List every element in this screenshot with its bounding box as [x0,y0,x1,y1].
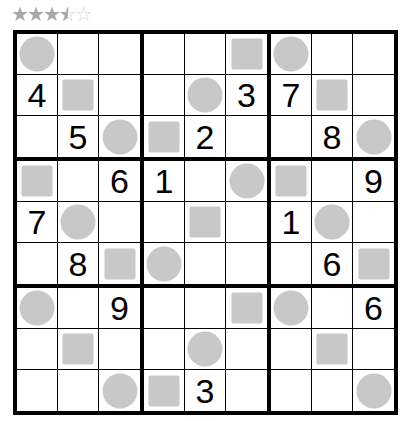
cell-r1c6[interactable] [226,34,267,75]
cell-r3c7[interactable] [271,116,312,157]
given-digit: 3 [237,78,256,112]
cell-r6c3[interactable] [99,243,140,284]
box-2-2: 1 [144,161,271,288]
cell-r3c9[interactable] [353,116,394,157]
cell-r7c2[interactable] [58,288,99,329]
given-digit: 9 [110,291,129,325]
given-digit: 3 [196,374,215,408]
cell-r9c2[interactable] [58,370,99,411]
star-half-icon: ☆★ [59,4,75,24]
odd-circle-mark [274,37,309,72]
cell-r4c7[interactable] [271,161,312,202]
cell-r6c4[interactable] [144,243,185,284]
cell-r7c6[interactable] [226,288,267,329]
cell-r9c4[interactable] [144,370,185,411]
cell-r8c6[interactable] [226,329,267,370]
star-halffill-icon: ★ [59,4,68,24]
cell-r9c5[interactable]: 3 [185,370,226,411]
cell-r7c4[interactable] [144,288,185,329]
cell-r1c2[interactable] [58,34,99,75]
cell-r3c4[interactable] [144,116,185,157]
cell-r6c6[interactable] [226,243,267,284]
even-square-mark [149,121,180,152]
cell-r5c8[interactable] [312,202,353,243]
box-1-3: 78 [271,34,394,161]
even-square-mark [63,80,94,111]
cell-r4c2[interactable] [58,161,99,202]
cell-r3c8[interactable]: 8 [312,116,353,157]
cell-r8c9[interactable] [353,329,394,370]
star-empty-icon: ☆ [75,4,91,24]
cell-r5c6[interactable] [226,202,267,243]
odd-circle-mark [61,205,96,240]
given-digit: 8 [69,247,88,281]
even-square-mark [63,334,94,365]
cell-r2c8[interactable] [312,75,353,116]
puzzle-page: ★★★☆★☆ 4532786781916936 [0,3,405,421]
difficulty-rating: ★★★☆★☆ [11,3,405,25]
even-square-mark [276,166,307,197]
cell-r1c3[interactable] [99,34,140,75]
cell-r6c7[interactable] [271,243,312,284]
cell-r8c3[interactable] [99,329,140,370]
cell-r7c7[interactable] [271,288,312,329]
cell-r5c4[interactable] [144,202,185,243]
cell-r2c1[interactable]: 4 [17,75,58,116]
even-square-mark [231,293,262,324]
cell-r8c8[interactable] [312,329,353,370]
cell-r1c8[interactable] [312,34,353,75]
cell-r8c4[interactable] [144,329,185,370]
cell-r3c1[interactable] [17,116,58,157]
odd-circle-mark [274,291,309,326]
odd-circle-mark [229,164,264,199]
odd-circle-mark [188,78,223,113]
cell-r6c9[interactable] [353,243,394,284]
cell-r7c3[interactable]: 9 [99,288,140,329]
odd-circle-mark [102,373,137,408]
cell-r2c2[interactable] [58,75,99,116]
even-square-mark [149,375,180,406]
odd-circle-mark [356,373,391,408]
odd-circle-mark [20,37,55,72]
cell-r2c5[interactable] [185,75,226,116]
cell-r9c3[interactable] [99,370,140,411]
given-digit: 6 [110,164,129,198]
cell-r4c8[interactable] [312,161,353,202]
even-square-mark [190,207,221,238]
box-3-1: 9 [17,288,144,411]
odd-circle-mark [315,205,350,240]
even-square-mark [231,39,262,70]
given-digit: 1 [282,205,301,239]
odd-circle-mark [147,246,182,281]
cell-r5c1[interactable]: 7 [17,202,58,243]
cell-r4c4[interactable]: 1 [144,161,185,202]
cell-r4c9[interactable]: 9 [353,161,394,202]
cell-r2c7[interactable]: 7 [271,75,312,116]
even-square-mark [22,166,53,197]
cell-r5c7[interactable]: 1 [271,202,312,243]
cell-r3c2[interactable]: 5 [58,116,99,157]
cell-r5c5[interactable] [185,202,226,243]
cell-r3c5[interactable]: 2 [185,116,226,157]
cell-r4c6[interactable] [226,161,267,202]
given-digit: 6 [323,247,342,281]
cell-r3c6[interactable] [226,116,267,157]
cell-r2c4[interactable] [144,75,185,116]
cell-r3c3[interactable] [99,116,140,157]
cell-r6c8[interactable]: 6 [312,243,353,284]
given-digit: 4 [28,78,47,112]
cell-r2c6[interactable]: 3 [226,75,267,116]
box-3-2: 3 [144,288,271,411]
cell-r5c9[interactable] [353,202,394,243]
cell-r8c7[interactable] [271,329,312,370]
given-digit: 9 [364,164,383,198]
given-digit: 6 [364,291,383,325]
star-filled-icon: ★ [43,4,59,24]
box-1-1: 45 [17,34,144,161]
cell-r8c2[interactable] [58,329,99,370]
odd-circle-mark [188,332,223,367]
odd-circle-mark [20,291,55,326]
cell-r8c5[interactable] [185,329,226,370]
cell-r2c9[interactable] [353,75,394,116]
even-square-mark [317,80,348,111]
cell-r5c3[interactable] [99,202,140,243]
given-digit: 1 [155,164,174,198]
cell-r5c2[interactable] [58,202,99,243]
cell-r9c9[interactable] [353,370,394,411]
odd-circle-mark [102,119,137,154]
cell-r1c4[interactable] [144,34,185,75]
given-digit: 8 [323,120,342,154]
cell-r7c1[interactable] [17,288,58,329]
box-1-2: 32 [144,34,271,161]
cell-r8c1[interactable] [17,329,58,370]
star-filled-icon: ★ [11,4,27,24]
cell-r1c9[interactable] [353,34,394,75]
cell-r6c1[interactable] [17,243,58,284]
given-digit: 7 [28,205,47,239]
cell-r9c8[interactable] [312,370,353,411]
cell-r7c8[interactable] [312,288,353,329]
cell-r4c5[interactable] [185,161,226,202]
cell-r1c5[interactable] [185,34,226,75]
cell-r4c1[interactable] [17,161,58,202]
cell-r6c5[interactable] [185,243,226,284]
cell-r7c9[interactable]: 6 [353,288,394,329]
given-digit: 5 [69,120,88,154]
cell-r1c1[interactable] [17,34,58,75]
cell-r9c1[interactable] [17,370,58,411]
cell-r9c7[interactable] [271,370,312,411]
given-digit: 7 [282,78,301,112]
cell-r2c3[interactable] [99,75,140,116]
even-square-mark [317,334,348,365]
star-filled-icon: ★ [27,4,43,24]
cell-r6c2[interactable]: 8 [58,243,99,284]
odd-circle-mark [356,119,391,154]
box-2-1: 678 [17,161,144,288]
cell-r1c7[interactable] [271,34,312,75]
sudoku-board: 4532786781916936 [13,30,398,415]
box-2-3: 916 [271,161,394,288]
box-3-3: 6 [271,288,394,411]
cell-r9c6[interactable] [226,370,267,411]
given-digit: 2 [196,120,215,154]
even-square-mark [104,248,135,279]
even-square-mark [358,248,389,279]
cell-r7c5[interactable] [185,288,226,329]
cell-r4c3[interactable]: 6 [99,161,140,202]
